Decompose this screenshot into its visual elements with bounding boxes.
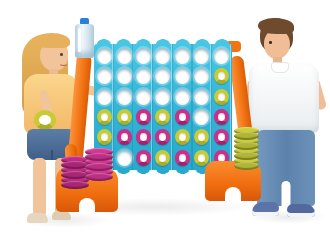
yellow-disc (97, 109, 112, 125)
board-cell-r2-c4 (153, 66, 172, 86)
empty-hole (136, 48, 151, 64)
boy-eye (269, 41, 272, 44)
boy-sneaker (287, 204, 315, 217)
board-cell-r1-c4 (153, 46, 172, 66)
empty-hole (136, 68, 151, 84)
yellow-ring-stack (234, 127, 259, 170)
magenta-disc (136, 129, 151, 145)
board-cell-r4-c5 (173, 107, 192, 127)
empty-hole (194, 89, 209, 105)
bottle-gloss (78, 28, 81, 52)
girl-hair-bangs (36, 33, 70, 48)
empty-hole (175, 89, 190, 105)
board-cell-r5-c1 (95, 127, 114, 147)
board-cell-r6-c3 (134, 148, 153, 168)
board-cell-r5-c3 (134, 127, 153, 147)
yellow-disc (117, 109, 132, 125)
board-cell-r1-c3 (134, 46, 153, 66)
magenta-disc (136, 109, 151, 125)
board-cell-r5-c2 (114, 127, 133, 147)
boy-hair-fringe (258, 18, 294, 34)
board-cell-r3-c2 (114, 87, 133, 107)
girl-eye (60, 53, 63, 56)
empty-hole (117, 150, 132, 166)
board-cell-r3-c1 (95, 87, 114, 107)
magenta-storage-ring (85, 153, 113, 161)
yellow-disc (155, 150, 170, 166)
empty-hole (194, 48, 209, 64)
yellow-storage-ring (234, 152, 259, 160)
board-cell-r3-c5 (173, 87, 192, 107)
board-cell-r1-c2 (114, 46, 133, 66)
empty-hole (97, 89, 112, 105)
board-grid (95, 46, 231, 168)
board-cell-r3-c3 (134, 87, 153, 107)
board-cell-r2-c1 (95, 66, 114, 86)
board-cell-r4-c1 (95, 107, 114, 127)
magenta-disc (117, 129, 132, 145)
magenta-disc (155, 129, 170, 145)
yellow-storage-ring (234, 132, 259, 140)
board-cell-r5-c4 (153, 127, 172, 147)
board-cell-r1-c6 (192, 46, 211, 66)
board-cell-r2-c6 (192, 66, 211, 86)
board-cell-r3-c4 (153, 87, 172, 107)
boy-jeans (257, 130, 315, 206)
board-cell-r3-c7 (212, 87, 231, 107)
board-cell-r5-c5 (173, 127, 192, 147)
magenta-disc (214, 129, 229, 145)
yellow-disc (214, 89, 229, 105)
board-cell-r2-c5 (173, 66, 192, 86)
board-cell-r5-c6 (192, 127, 211, 147)
magenta-disc (175, 109, 190, 125)
empty-hole (175, 48, 190, 64)
water-bottle (75, 18, 94, 58)
yellow-disc (97, 129, 112, 145)
connect-four-board (94, 44, 232, 170)
board-cell-r1-c7 (212, 46, 231, 66)
empty-hole (97, 68, 112, 84)
board-cell-r2-c3 (134, 66, 153, 86)
girl-smile (59, 59, 68, 66)
empty-hole (155, 48, 170, 64)
girl-leg (33, 158, 46, 216)
empty-hole (97, 48, 112, 64)
board-cell-r4-c7 (212, 107, 231, 127)
empty-hole (175, 68, 190, 84)
magenta-ring-stack (85, 148, 113, 181)
girl-held-yellow-ring (34, 110, 56, 130)
empty-hole (155, 89, 170, 105)
board-cell-r6-c5 (173, 148, 192, 168)
girl-shoe (27, 213, 48, 223)
yellow-disc (214, 68, 229, 84)
yellow-storage-ring (234, 142, 259, 150)
empty-hole (194, 68, 209, 84)
board-cell-r1-c5 (173, 46, 192, 66)
board-cell-r1-c1 (95, 46, 114, 66)
board-cell-r4-c2 (114, 107, 133, 127)
magenta-disc (214, 109, 229, 125)
empty-hole (155, 68, 170, 84)
board-cell-r2-c2 (114, 66, 133, 86)
yellow-storage-ring (234, 162, 259, 170)
empty-hole (117, 89, 132, 105)
empty-hole (194, 109, 209, 125)
board-cell-r4-c6 (192, 107, 211, 127)
yellow-disc (194, 129, 209, 145)
boy-collar (271, 62, 289, 73)
empty-hole (214, 48, 229, 64)
magenta-disc (175, 150, 190, 166)
magenta-storage-ring (85, 163, 113, 171)
yellow-disc (175, 129, 190, 145)
girl-shoe (52, 211, 71, 220)
board-cell-r4-c3 (134, 107, 153, 127)
board-cell-r5-c7 (212, 127, 231, 147)
board-top-scallops (94, 37, 232, 45)
product-photo (0, 0, 330, 240)
board-cell-r6-c4 (153, 148, 172, 168)
magenta-storage-ring (61, 181, 89, 189)
board-cell-r3-c6 (192, 87, 211, 107)
board-cell-r4-c4 (153, 107, 172, 127)
board-cell-r2-c7 (212, 66, 231, 86)
empty-hole (117, 68, 132, 84)
board-cell-r6-c2 (114, 148, 133, 168)
boy-sneaker (252, 202, 279, 216)
empty-hole (117, 48, 132, 64)
empty-hole (136, 89, 151, 105)
yellow-disc (155, 109, 170, 125)
boy-polo-shirt (249, 63, 319, 133)
magenta-disc (136, 150, 151, 166)
magenta-storage-ring (85, 173, 113, 181)
